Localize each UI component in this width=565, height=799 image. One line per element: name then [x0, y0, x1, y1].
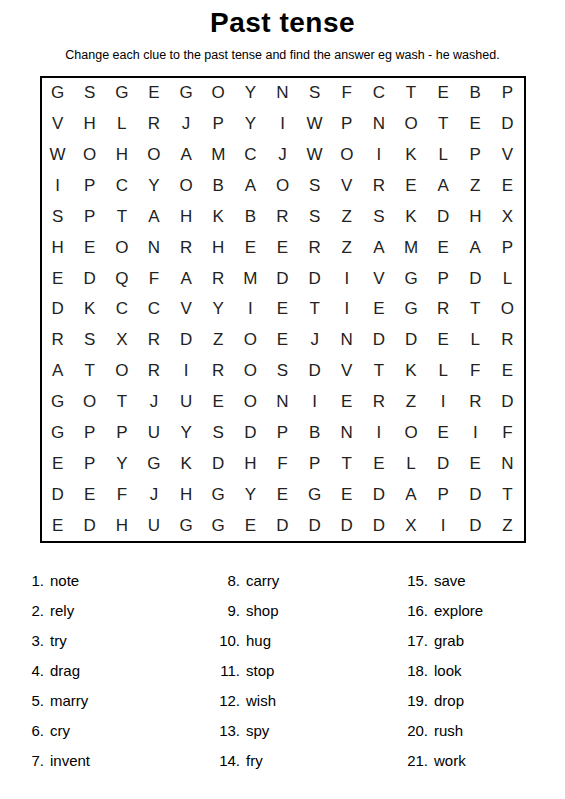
grid-cell-r5c9[interactable]: S [299, 201, 331, 232]
grid-cell-r10c3[interactable]: O [106, 356, 138, 387]
grid-cell-r11c8[interactable]: N [266, 387, 298, 418]
grid-cell-r12c4[interactable]: U [138, 418, 170, 449]
clue-number: 5. [16, 692, 44, 709]
word-search-grid: GSGEGOYNSFCTEBPVHLRJPYIWPNOTEDWOHOAMCJWO… [42, 78, 524, 541]
grid-cell-r4c4[interactable]: Y [138, 171, 170, 202]
clue-word: marry [50, 692, 88, 709]
clue-item: 8.carry [212, 565, 400, 595]
clue-word: cry [50, 722, 70, 739]
grid-cell-r3c6[interactable]: M [202, 140, 234, 171]
clue-word: grab [434, 632, 464, 649]
clue-item: 7.invent [16, 745, 212, 775]
grid-cell-r13c1[interactable]: E [42, 448, 74, 479]
grid-cell-r2c13[interactable]: T [427, 109, 459, 140]
clue-number: 1. [16, 572, 44, 589]
grid-cell-r7c1[interactable]: E [42, 263, 74, 294]
grid-cell-r14c6[interactable]: G [202, 479, 234, 510]
grid-cell-r8c5[interactable]: V [170, 294, 202, 325]
grid-cell-r4c11[interactable]: R [363, 171, 395, 202]
grid-cell-r14c15[interactable]: T [491, 479, 523, 510]
grid-cell-r8c1[interactable]: D [42, 294, 74, 325]
grid-cell-r3c12[interactable]: K [395, 140, 427, 171]
clue-item: 11.stop [212, 655, 400, 685]
grid-cell-r6c11[interactable]: A [363, 232, 395, 263]
grid-cell-r15c1[interactable]: E [42, 510, 74, 541]
clue-word: drag [50, 662, 80, 679]
grid-cell-r11c13[interactable]: I [427, 387, 459, 418]
grid-cell-r8c15[interactable]: O [491, 294, 523, 325]
grid-cell-r6c14[interactable]: A [459, 232, 491, 263]
grid-cell-r3c9[interactable]: W [299, 140, 331, 171]
grid-cell-r14c7[interactable]: Y [234, 479, 266, 510]
grid-cell-r12c6[interactable]: S [202, 418, 234, 449]
grid-cell-r9c8[interactable]: E [266, 325, 298, 356]
grid-cell-r6c1[interactable]: H [42, 232, 74, 263]
grid-cell-r5c5[interactable]: H [170, 201, 202, 232]
grid-cell-r4c14[interactable]: Z [459, 171, 491, 202]
grid-cell-r4c8[interactable]: O [266, 171, 298, 202]
grid-cell-r10c4[interactable]: R [138, 356, 170, 387]
clue-number: 9. [212, 602, 240, 619]
grid-cell-r5c13[interactable]: D [427, 201, 459, 232]
grid-cell-r3c8[interactable]: J [266, 140, 298, 171]
grid-cell-r1c11[interactable]: C [363, 78, 395, 109]
grid-cell-r10c14[interactable]: F [459, 356, 491, 387]
clue-number: 8. [212, 572, 240, 589]
grid-cell-r1c10[interactable]: F [331, 78, 363, 109]
clue-number: 7. [16, 752, 44, 769]
grid-cell-r7c14[interactable]: D [459, 263, 491, 294]
grid-cell-r6c5[interactable]: R [170, 232, 202, 263]
grid-cell-r14c4[interactable]: J [138, 479, 170, 510]
clue-word: note [50, 572, 79, 589]
clue-item: 5.marry [16, 685, 212, 715]
grid-cell-r4c12[interactable]: E [395, 171, 427, 202]
grid-cell-r10c6[interactable]: R [202, 356, 234, 387]
grid-cell-r8c3[interactable]: C [106, 294, 138, 325]
clue-word: work [434, 752, 466, 769]
grid-cell-r15c6[interactable]: G [202, 510, 234, 541]
clue-item: 4.drag [16, 655, 212, 685]
grid-cell-r3c15[interactable]: V [491, 140, 523, 171]
grid-cell-r10c7[interactable]: O [234, 356, 266, 387]
clue-item: 1.note [16, 565, 212, 595]
grid-cell-r1c2[interactable]: S [74, 78, 106, 109]
grid-cell-r8c9[interactable]: T [299, 294, 331, 325]
grid-cell-r4c6[interactable]: B [202, 171, 234, 202]
grid-cell-r13c15[interactable]: N [491, 448, 523, 479]
clue-number: 10. [212, 632, 240, 649]
grid-cell-r7c13[interactable]: P [427, 263, 459, 294]
grid-cell-r6c10[interactable]: Z [331, 232, 363, 263]
grid-cell-r1c14[interactable]: B [459, 78, 491, 109]
grid-cell-r4c5[interactable]: O [170, 171, 202, 202]
clue-word: explore [434, 602, 483, 619]
clue-number: 2. [16, 602, 44, 619]
clue-item: 14.fry [212, 745, 400, 775]
grid-cell-r9c6[interactable]: Z [202, 325, 234, 356]
grid-cell-r6c4[interactable]: N [138, 232, 170, 263]
grid-cell-r12c3[interactable]: P [106, 418, 138, 449]
clue-word: invent [50, 752, 90, 769]
grid-cell-r14c1[interactable]: D [42, 479, 74, 510]
grid-cell-r8c11[interactable]: E [363, 294, 395, 325]
grid-cell-r7c2[interactable]: D [74, 263, 106, 294]
grid-cell-r7c7[interactable]: M [234, 263, 266, 294]
grid-cell-r12c2[interactable]: P [74, 418, 106, 449]
grid-cell-r9c4[interactable]: R [138, 325, 170, 356]
clue-item: 12.wish [212, 685, 400, 715]
grid-cell-r10c2[interactable]: T [74, 356, 106, 387]
grid-cell-r6c13[interactable]: E [427, 232, 459, 263]
grid-cell-r6c2[interactable]: E [74, 232, 106, 263]
grid-cell-r3c14[interactable]: P [459, 140, 491, 171]
clue-number: 6. [16, 722, 44, 739]
grid-cell-r8c10[interactable]: I [331, 294, 363, 325]
grid-cell-r5c10[interactable]: Z [331, 201, 363, 232]
grid-cell-r2c15[interactable]: D [491, 109, 523, 140]
clue-item: 13.spy [212, 715, 400, 745]
grid-cell-r7c15[interactable]: L [491, 263, 523, 294]
grid-cell-r5c12[interactable]: K [395, 201, 427, 232]
clue-number: 20. [400, 722, 428, 739]
grid-cell-r6c6[interactable]: H [202, 232, 234, 263]
grid-cell-r8c4[interactable]: C [138, 294, 170, 325]
grid-cell-r1c9[interactable]: S [299, 78, 331, 109]
grid-cell-r1c13[interactable]: E [427, 78, 459, 109]
grid-cell-r3c10[interactable]: O [331, 140, 363, 171]
grid-cell-r9c3[interactable]: X [106, 325, 138, 356]
grid-cell-r1c1[interactable]: G [42, 78, 74, 109]
grid-cell-r14c11[interactable]: D [363, 479, 395, 510]
grid-cell-r7c6[interactable]: R [202, 263, 234, 294]
grid-cell-r7c8[interactable]: D [266, 263, 298, 294]
grid-cell-r12c15[interactable]: F [491, 418, 523, 449]
grid-cell-r12c11[interactable]: I [363, 418, 395, 449]
grid-cell-r5c7[interactable]: B [234, 201, 266, 232]
clue-number: 4. [16, 662, 44, 679]
grid-cell-r6c9[interactable]: R [299, 232, 331, 263]
grid-cell-r11c1[interactable]: G [42, 387, 74, 418]
grid-cell-r15c9[interactable]: D [299, 510, 331, 541]
grid-cell-r4c1[interactable]: I [42, 171, 74, 202]
clue-word: carry [246, 572, 279, 589]
clue-item: 15.save [400, 565, 565, 595]
grid-cell-r11c7[interactable]: O [234, 387, 266, 418]
grid-cell-r5c3[interactable]: T [106, 201, 138, 232]
grid-cell-r13c3[interactable]: Y [106, 448, 138, 479]
grid-cell-r15c11[interactable]: D [363, 510, 395, 541]
grid-cell-r6c12[interactable]: M [395, 232, 427, 263]
grid-cell-r3c1[interactable]: W [42, 140, 74, 171]
clue-number: 17. [400, 632, 428, 649]
grid-cell-r6c7[interactable]: E [234, 232, 266, 263]
grid-cell-r3c13[interactable]: L [427, 140, 459, 171]
grid-cell-r15c2[interactable]: D [74, 510, 106, 541]
grid-cell-r1c15[interactable]: P [491, 78, 523, 109]
clue-word: look [434, 662, 462, 679]
grid-cell-r7c10[interactable]: I [331, 263, 363, 294]
clue-word: save [434, 572, 466, 589]
grid-cell-r11c11[interactable]: R [363, 387, 395, 418]
grid-cell-r1c4[interactable]: E [138, 78, 170, 109]
grid-cell-r3c3[interactable]: H [106, 140, 138, 171]
grid-cell-r8c13[interactable]: R [427, 294, 459, 325]
grid-cell-r10c15[interactable]: E [491, 356, 523, 387]
grid-cell-r13c9[interactable]: P [299, 448, 331, 479]
clue-number: 11. [212, 662, 240, 679]
clue-item: 16.explore [400, 595, 565, 625]
grid-cell-r2c8[interactable]: I [266, 109, 298, 140]
grid-cell-r2c1[interactable]: V [42, 109, 74, 140]
grid-cell-r15c10[interactable]: D [331, 510, 363, 541]
clue-word: hug [246, 632, 271, 649]
grid-cell-r13c12[interactable]: L [395, 448, 427, 479]
grid-cell-r7c3[interactable]: Q [106, 263, 138, 294]
grid-cell-r1c8[interactable]: N [266, 78, 298, 109]
grid-cell-r9c2[interactable]: S [74, 325, 106, 356]
clue-item: 10.hug [212, 625, 400, 655]
clue-item: 2.rely [16, 595, 212, 625]
grid-cell-r10c1[interactable]: A [42, 356, 74, 387]
grid-cell-r14c14[interactable]: D [459, 479, 491, 510]
clue-item: 21.work [400, 745, 565, 775]
grid-cell-r12c8[interactable]: P [266, 418, 298, 449]
grid-cell-r9c11[interactable]: D [363, 325, 395, 356]
grid-cell-r15c15[interactable]: Z [491, 510, 523, 541]
grid-cell-r1c5[interactable]: G [170, 78, 202, 109]
grid-cell-r2c11[interactable]: N [363, 109, 395, 140]
grid-cell-r8c8[interactable]: E [266, 294, 298, 325]
grid-cell-r5c4[interactable]: A [138, 201, 170, 232]
clue-word: spy [246, 722, 269, 739]
grid-cell-r1c7[interactable]: Y [234, 78, 266, 109]
grid-cell-r2c6[interactable]: P [202, 109, 234, 140]
grid-cell-r4c7[interactable]: A [234, 171, 266, 202]
grid-cell-r15c3[interactable]: H [106, 510, 138, 541]
grid-cell-r14c5[interactable]: H [170, 479, 202, 510]
clue-item: 9.shop [212, 595, 400, 625]
grid-cell-r8c6[interactable]: Y [202, 294, 234, 325]
grid-cell-r11c5[interactable]: U [170, 387, 202, 418]
grid-cell-r1c3[interactable]: G [106, 78, 138, 109]
grid-cell-r3c11[interactable]: I [363, 140, 395, 171]
grid-cell-r14c9[interactable]: G [299, 479, 331, 510]
grid-cell-r2c4[interactable]: R [138, 109, 170, 140]
clue-number: 16. [400, 602, 428, 619]
grid-cell-r9c13[interactable]: E [427, 325, 459, 356]
grid-cell-r4c3[interactable]: C [106, 171, 138, 202]
grid-cell-r9c15[interactable]: R [491, 325, 523, 356]
grid-cell-r14c12[interactable]: A [395, 479, 427, 510]
grid-cell-r5c1[interactable]: S [42, 201, 74, 232]
grid-cell-r9c7[interactable]: O [234, 325, 266, 356]
grid-cell-r7c9[interactable]: D [299, 263, 331, 294]
grid-cell-r2c12[interactable]: O [395, 109, 427, 140]
grid-cell-r13c8[interactable]: F [266, 448, 298, 479]
grid-cell-r2c5[interactable]: J [170, 109, 202, 140]
clue-word: rush [434, 722, 463, 739]
grid-cell-r5c6[interactable]: K [202, 201, 234, 232]
grid-cell-r15c7[interactable]: E [234, 510, 266, 541]
grid-cell-r8c2[interactable]: K [74, 294, 106, 325]
grid-cell-r1c6[interactable]: O [202, 78, 234, 109]
grid-cell-r5c14[interactable]: H [459, 201, 491, 232]
grid-cell-r8c7[interactable]: I [234, 294, 266, 325]
grid-cell-r9c12[interactable]: D [395, 325, 427, 356]
grid-cell-r11c3[interactable]: T [106, 387, 138, 418]
grid-cell-r9c10[interactable]: N [331, 325, 363, 356]
grid-cell-r10c9[interactable]: D [299, 356, 331, 387]
page-title: Past tense [0, 0, 565, 39]
grid-cell-r5c15[interactable]: X [491, 201, 523, 232]
grid-cell-r2c14[interactable]: E [459, 109, 491, 140]
grid-cell-r15c13[interactable]: I [427, 510, 459, 541]
clue-list: 1.note2.rely3.try4.drag5.marry6.cry7.inv… [0, 565, 565, 775]
grid-cell-r1c12[interactable]: T [395, 78, 427, 109]
grid-cell-r10c12[interactable]: K [395, 356, 427, 387]
grid-cell-r7c12[interactable]: G [395, 263, 427, 294]
clue-word: wish [246, 692, 276, 709]
grid-cell-r10c5[interactable]: I [170, 356, 202, 387]
grid-cell-r2c3[interactable]: L [106, 109, 138, 140]
grid-cell-r9c9[interactable]: J [299, 325, 331, 356]
grid-cell-r13c5[interactable]: K [170, 448, 202, 479]
grid-cell-r4c15[interactable]: E [491, 171, 523, 202]
grid-cell-r6c8[interactable]: E [266, 232, 298, 263]
clue-word: try [50, 632, 67, 649]
clue-item: 19.drop [400, 685, 565, 715]
grid-cell-r10c11[interactable]: T [363, 356, 395, 387]
grid-cell-r12c5[interactable]: Y [170, 418, 202, 449]
grid-cell-r7c4[interactable]: F [138, 263, 170, 294]
clue-word: shop [246, 602, 279, 619]
grid-cell-r12c10[interactable]: N [331, 418, 363, 449]
grid-cell-r6c15[interactable]: P [491, 232, 523, 263]
grid-cell-r11c9[interactable]: I [299, 387, 331, 418]
grid-cell-r4c2[interactable]: P [74, 171, 106, 202]
clue-column-3: 15.save16.explore17.grab18.look19.drop20… [400, 565, 565, 775]
grid-cell-r14c13[interactable]: P [427, 479, 459, 510]
grid-cell-r13c10[interactable]: T [331, 448, 363, 479]
grid-cell-r12c9[interactable]: B [299, 418, 331, 449]
grid-cell-r2c10[interactable]: P [331, 109, 363, 140]
clue-number: 19. [400, 692, 428, 709]
clue-item: 3.try [16, 625, 212, 655]
grid-cell-r14c8[interactable]: E [266, 479, 298, 510]
grid-cell-r13c13[interactable]: D [427, 448, 459, 479]
grid-cell-r3c5[interactable]: A [170, 140, 202, 171]
grid-cell-r15c12[interactable]: X [395, 510, 427, 541]
grid-cell-r15c4[interactable]: U [138, 510, 170, 541]
grid-cell-r9c1[interactable]: R [42, 325, 74, 356]
grid-cell-r5c8[interactable]: R [266, 201, 298, 232]
grid-cell-r13c11[interactable]: E [363, 448, 395, 479]
clue-word: stop [246, 662, 274, 679]
grid-cell-r7c5[interactable]: A [170, 263, 202, 294]
clue-number: 13. [212, 722, 240, 739]
grid-cell-r15c14[interactable]: D [459, 510, 491, 541]
grid-cell-r10c8[interactable]: S [266, 356, 298, 387]
grid-cell-r4c13[interactable]: A [427, 171, 459, 202]
clue-word: rely [50, 602, 74, 619]
grid-cell-r11c6[interactable]: E [202, 387, 234, 418]
grid-cell-r11c10[interactable]: E [331, 387, 363, 418]
grid-cell-r2c2[interactable]: H [74, 109, 106, 140]
grid-cell-r4c10[interactable]: V [331, 171, 363, 202]
grid-cell-r11c15[interactable]: D [491, 387, 523, 418]
clue-number: 15. [400, 572, 428, 589]
grid-cell-r11c12[interactable]: Z [395, 387, 427, 418]
grid-cell-r3c4[interactable]: O [138, 140, 170, 171]
grid-cell-r3c7[interactable]: C [234, 140, 266, 171]
grid-cell-r10c13[interactable]: L [427, 356, 459, 387]
clue-item: 17.grab [400, 625, 565, 655]
clue-number: 14. [212, 752, 240, 769]
grid-cell-r13c4[interactable]: G [138, 448, 170, 479]
grid-cell-r11c2[interactable]: O [74, 387, 106, 418]
grid-cell-r2c9[interactable]: W [299, 109, 331, 140]
grid-cell-r2c7[interactable]: Y [234, 109, 266, 140]
grid-cell-r8c14[interactable]: T [459, 294, 491, 325]
grid-cell-r11c14[interactable]: R [459, 387, 491, 418]
clue-item: 20.rush [400, 715, 565, 745]
clue-number: 21. [400, 752, 428, 769]
grid-cell-r11c4[interactable]: J [138, 387, 170, 418]
word-search-board: GSGEGOYNSFCTEBPVHLRJPYIWPNOTEDWOHOAMCJWO… [40, 76, 526, 543]
grid-cell-r13c2[interactable]: P [74, 448, 106, 479]
grid-cell-r10c10[interactable]: V [331, 356, 363, 387]
clue-number: 18. [400, 662, 428, 679]
grid-cell-r7c11[interactable]: V [363, 263, 395, 294]
grid-cell-r14c3[interactable]: F [106, 479, 138, 510]
grid-cell-r13c6[interactable]: D [202, 448, 234, 479]
clue-column-1: 1.note2.rely3.try4.drag5.marry6.cry7.inv… [16, 565, 212, 775]
clue-word: fry [246, 752, 263, 769]
grid-cell-r14c2[interactable]: E [74, 479, 106, 510]
grid-cell-r12c14[interactable]: I [459, 418, 491, 449]
clue-number: 3. [16, 632, 44, 649]
grid-cell-r4c9[interactable]: S [299, 171, 331, 202]
grid-cell-r12c1[interactable]: G [42, 418, 74, 449]
grid-cell-r12c7[interactable]: D [234, 418, 266, 449]
grid-cell-r15c5[interactable]: G [170, 510, 202, 541]
clue-item: 18.look [400, 655, 565, 685]
grid-cell-r9c14[interactable]: L [459, 325, 491, 356]
clue-word: drop [434, 692, 464, 709]
grid-cell-r5c2[interactable]: P [74, 201, 106, 232]
grid-cell-r13c14[interactable]: E [459, 448, 491, 479]
grid-cell-r12c13[interactable]: E [427, 418, 459, 449]
grid-cell-r13c7[interactable]: H [234, 448, 266, 479]
grid-cell-r3c2[interactable]: O [74, 140, 106, 171]
clue-item: 6.cry [16, 715, 212, 745]
instructions-text: Change each clue to the past tense and f… [0, 48, 565, 62]
worksheet-page: Past tense Change each clue to the past … [0, 0, 565, 799]
grid-cell-r14c10[interactable]: E [331, 479, 363, 510]
clue-number: 12. [212, 692, 240, 709]
grid-cell-r8c12[interactable]: G [395, 294, 427, 325]
grid-cell-r9c5[interactable]: D [170, 325, 202, 356]
grid-cell-r5c11[interactable]: S [363, 201, 395, 232]
grid-cell-r12c12[interactable]: O [395, 418, 427, 449]
grid-cell-r15c8[interactable]: D [266, 510, 298, 541]
grid-cell-r6c3[interactable]: O [106, 232, 138, 263]
clue-column-2: 8.carry9.shop10.hug11.stop12.wish13.spy1… [212, 565, 400, 775]
